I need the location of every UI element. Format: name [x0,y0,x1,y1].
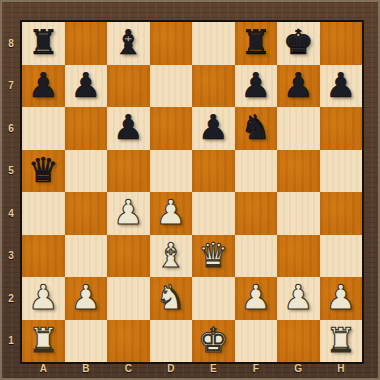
rank-label-6: 6 [2,107,20,150]
square-e8[interactable] [192,22,235,65]
file-label-h: H [320,360,363,377]
square-g8[interactable]: ♚ [277,22,320,65]
square-e3[interactable]: ♛ [192,235,235,278]
file-label-b: B [65,360,108,377]
square-c6[interactable]: ♟ [107,107,150,150]
square-c7[interactable] [107,65,150,108]
piece-white-rook[interactable]: ♜ [28,323,58,357]
piece-black-pawn[interactable]: ♟ [113,110,143,144]
piece-black-pawn[interactable]: ♟ [198,110,228,144]
square-a1[interactable]: ♜ [22,320,65,363]
square-e4[interactable] [192,192,235,235]
file-label-a: A [22,360,65,377]
square-c4[interactable]: ♟ [107,192,150,235]
square-d3[interactable]: ♝ [150,235,193,278]
piece-white-pawn[interactable]: ♟ [156,195,186,229]
square-g7[interactable]: ♟ [277,65,320,108]
square-b2[interactable]: ♟ [65,277,108,320]
square-a2[interactable]: ♟ [22,277,65,320]
square-c1[interactable] [107,320,150,363]
piece-white-pawn[interactable]: ♟ [326,280,356,314]
square-g1[interactable] [277,320,320,363]
square-d5[interactable] [150,150,193,193]
square-e6[interactable]: ♟ [192,107,235,150]
piece-black-queen[interactable]: ♛ [28,153,58,187]
square-h6[interactable] [320,107,363,150]
square-d1[interactable] [150,320,193,363]
rank-label-5: 5 [2,150,20,193]
piece-black-pawn[interactable]: ♟ [71,68,101,102]
square-f3[interactable] [235,235,278,278]
file-label-e: E [192,360,235,377]
rank-label-2: 2 [2,277,20,320]
piece-white-knight[interactable]: ♞ [156,280,186,314]
square-d4[interactable]: ♟ [150,192,193,235]
piece-white-queen[interactable]: ♛ [198,238,228,272]
square-a3[interactable] [22,235,65,278]
piece-black-knight[interactable]: ♞ [241,110,271,144]
piece-white-rook[interactable]: ♜ [326,323,356,357]
square-b5[interactable] [65,150,108,193]
square-b3[interactable] [65,235,108,278]
rank-label-8: 8 [2,22,20,65]
piece-black-rook[interactable]: ♜ [241,25,271,59]
square-d7[interactable] [150,65,193,108]
square-h7[interactable]: ♟ [320,65,363,108]
rank-label-1: 1 [2,320,20,363]
square-g4[interactable] [277,192,320,235]
square-a4[interactable] [22,192,65,235]
file-label-c: C [107,360,150,377]
square-f1[interactable] [235,320,278,363]
rank-label-7: 7 [2,65,20,108]
square-b7[interactable]: ♟ [65,65,108,108]
rank-label-3: 3 [2,235,20,278]
square-c5[interactable] [107,150,150,193]
square-f8[interactable]: ♜ [235,22,278,65]
file-label-g: G [277,360,320,377]
square-b1[interactable] [65,320,108,363]
piece-white-pawn[interactable]: ♟ [113,195,143,229]
square-a7[interactable]: ♟ [22,65,65,108]
square-d2[interactable]: ♞ [150,277,193,320]
square-h5[interactable] [320,150,363,193]
piece-white-bishop[interactable]: ♝ [156,238,186,272]
square-g2[interactable]: ♟ [277,277,320,320]
board: ♜♝♜♚♟♟♟♟♟♟♟♞♛♟♟♝♛♟♟♞♟♟♟♜♚♜ [20,20,364,364]
square-d8[interactable] [150,22,193,65]
square-f6[interactable]: ♞ [235,107,278,150]
square-g3[interactable] [277,235,320,278]
piece-black-pawn[interactable]: ♟ [326,68,356,102]
square-e1[interactable]: ♚ [192,320,235,363]
square-c2[interactable] [107,277,150,320]
square-a6[interactable] [22,107,65,150]
piece-black-pawn[interactable]: ♟ [241,68,271,102]
piece-white-pawn[interactable]: ♟ [71,280,101,314]
rank-label-4: 4 [2,192,20,235]
square-h1[interactable]: ♜ [320,320,363,363]
piece-black-rook[interactable]: ♜ [28,25,58,59]
square-c8[interactable]: ♝ [107,22,150,65]
square-e5[interactable] [192,150,235,193]
square-a5[interactable]: ♛ [22,150,65,193]
square-e2[interactable] [192,277,235,320]
file-labels: A B C D E F G H [22,360,362,377]
chess-board-frame: 8 7 6 5 4 3 2 1 ♜♝♜♚♟♟♟♟♟♟♟♞♛♟♟♝♛♟♟♞♟♟♟♜… [0,0,380,380]
square-b8[interactable] [65,22,108,65]
square-b4[interactable] [65,192,108,235]
piece-white-pawn[interactable]: ♟ [283,280,313,314]
square-f5[interactable] [235,150,278,193]
square-a8[interactable]: ♜ [22,22,65,65]
square-f4[interactable] [235,192,278,235]
piece-black-pawn[interactable]: ♟ [28,68,58,102]
square-h8[interactable] [320,22,363,65]
piece-white-king[interactable]: ♚ [198,323,228,357]
piece-black-bishop[interactable]: ♝ [113,25,143,59]
square-f2[interactable]: ♟ [235,277,278,320]
square-d6[interactable] [150,107,193,150]
square-c3[interactable] [107,235,150,278]
piece-black-king[interactable]: ♚ [283,25,313,59]
square-b6[interactable] [65,107,108,150]
square-g6[interactable] [277,107,320,150]
square-h3[interactable] [320,235,363,278]
file-label-d: D [150,360,193,377]
piece-white-pawn[interactable]: ♟ [241,280,271,314]
square-h4[interactable] [320,192,363,235]
square-e7[interactable] [192,65,235,108]
square-g5[interactable] [277,150,320,193]
square-f7[interactable]: ♟ [235,65,278,108]
square-h2[interactable]: ♟ [320,277,363,320]
file-label-f: F [235,360,278,377]
rank-labels: 8 7 6 5 4 3 2 1 [2,22,20,362]
piece-white-pawn[interactable]: ♟ [28,280,58,314]
piece-black-pawn[interactable]: ♟ [283,68,313,102]
